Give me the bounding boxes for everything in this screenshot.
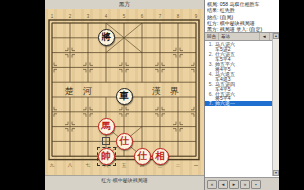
header-move: 着法 xyxy=(219,33,260,40)
first-move-button[interactable]: « xyxy=(207,180,217,189)
header-round: 回合 xyxy=(205,33,219,40)
board-column: 黑方 楚 河漢 界123456789九八七六五四三二一 將車馬仕帥仕相 红方·棋… xyxy=(45,0,204,190)
movelist-header: 回合 着法 ◄ ► xyxy=(205,32,279,41)
pieces-grid: 將車馬仕帥仕相 xyxy=(43,16,205,164)
piece-black-chariot[interactable]: 車 xyxy=(116,88,133,105)
xiangqi-board[interactable]: 楚 河漢 界123456789九八七六五四三二一 將車馬仕帥仕相 xyxy=(45,9,204,175)
file-label-bottom: 一 xyxy=(194,163,199,168)
piece-red-horse[interactable]: 馬 xyxy=(98,118,115,135)
current-move-row[interactable]: 7.帅六退一 xyxy=(205,101,279,106)
piece-red-elephant[interactable]: 相 xyxy=(152,148,169,165)
last-move-to-marker xyxy=(97,147,116,166)
piece-black-general[interactable]: 將 xyxy=(98,29,115,46)
file-label-bottom: 二 xyxy=(176,163,181,168)
last-move-from-marker xyxy=(102,137,110,145)
prev-move-button[interactable]: ◄ xyxy=(218,180,228,189)
next-move-button[interactable]: ► xyxy=(229,180,239,189)
file-label-bottom: 九 xyxy=(50,163,55,168)
game-info-panel: 棋局: 058 马双仕相胜车 结果: 红先胜 始点: (自局) 红方: 棋中秘诀… xyxy=(204,0,279,190)
scroll-down-icon[interactable]: ▼ xyxy=(273,170,279,176)
scroll-up-icon[interactable]: ▲ xyxy=(273,33,279,39)
movelist-scrollbar[interactable]: ▲ ▼ xyxy=(272,33,279,176)
red-side-bar: 红方·棋中秘诀残局谱 xyxy=(45,175,204,190)
app-window: 黑方 楚 河漢 界123456789九八七六五四三二一 將車馬仕帥仕相 红方·棋… xyxy=(0,0,304,190)
file-label-bottom: 八 xyxy=(68,163,73,168)
move-list[interactable]: 1.马八进六 车5进2 2.仕六进五 车5平4 3.帅五平六 将4平5 4.马六… xyxy=(205,41,279,108)
piece-red-advisor[interactable]: 仕 xyxy=(134,148,151,165)
stop-button[interactable]: ▪ xyxy=(251,180,261,189)
header-prev-button[interactable]: ◄ xyxy=(260,33,269,40)
nav-toolbar: « ◄ ► » ▪ xyxy=(205,177,279,190)
piece-red-advisor[interactable]: 仕 xyxy=(116,133,133,150)
last-move-button[interactable]: » xyxy=(240,180,250,189)
game-info: 棋局: 058 马双仕相胜车 结果: 红先胜 始点: (自局) 红方: 棋中秘诀… xyxy=(205,0,279,32)
